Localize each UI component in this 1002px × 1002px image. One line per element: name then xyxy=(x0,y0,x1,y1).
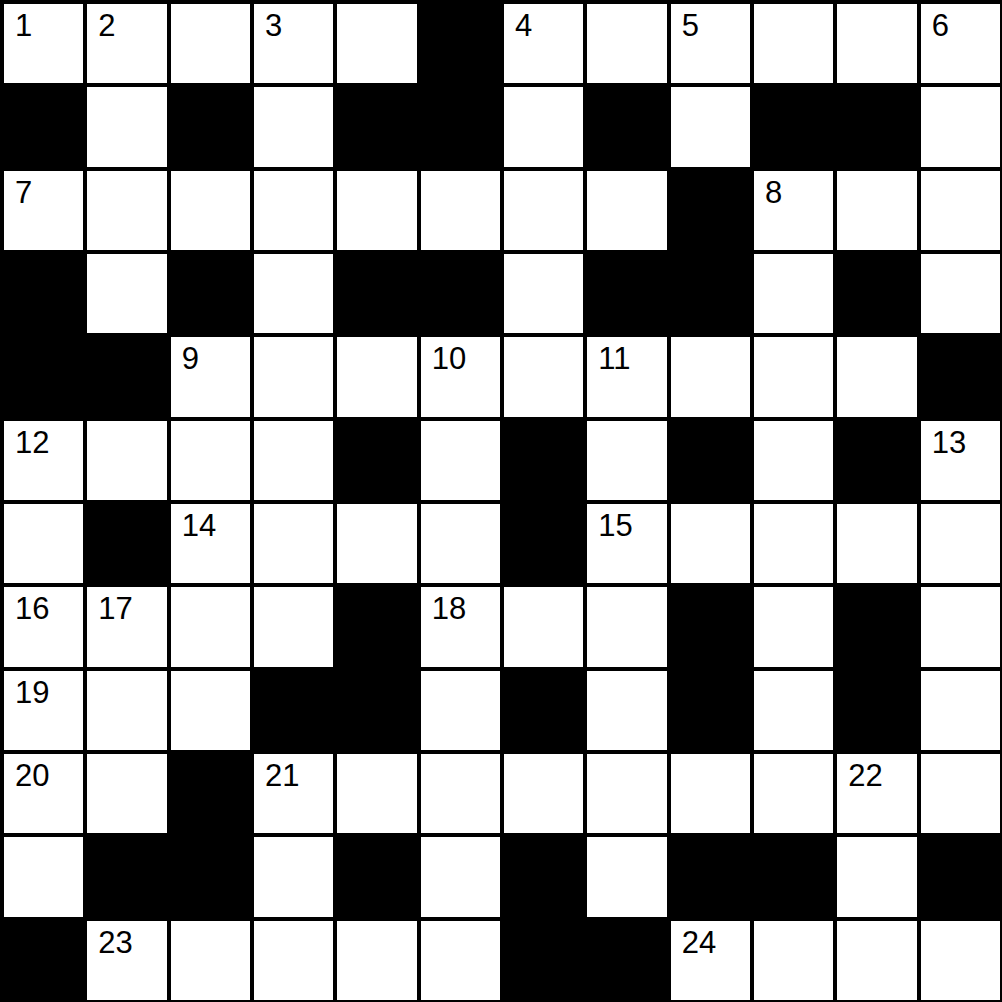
cell-white-r12c12[interactable] xyxy=(921,921,1000,1000)
cell-white-r11c1[interactable] xyxy=(4,837,83,916)
cell-black-r9c9 xyxy=(671,671,750,750)
cell-black-r12c8 xyxy=(587,921,666,1000)
clue-number: 3 xyxy=(265,10,282,41)
cell-white-r1c2[interactable]: 2 xyxy=(87,4,166,83)
cell-white-r8c3[interactable] xyxy=(171,587,250,666)
cell-black-r10c3 xyxy=(171,754,250,833)
cell-black-r2c11 xyxy=(837,87,916,166)
cell-black-r11c10 xyxy=(754,837,833,916)
cell-white-r8c1[interactable]: 16 xyxy=(4,587,83,666)
cell-white-r3c12[interactable] xyxy=(921,171,1000,250)
cell-white-r5c3[interactable]: 9 xyxy=(171,337,250,416)
cell-white-r3c3[interactable] xyxy=(171,171,250,250)
cell-white-r10c9[interactable] xyxy=(671,754,750,833)
cell-black-r6c7 xyxy=(504,421,583,500)
clue-number: 8 xyxy=(765,177,782,208)
cell-black-r8c11 xyxy=(837,587,916,666)
cell-black-r9c11 xyxy=(837,671,916,750)
cell-white-r4c7[interactable] xyxy=(504,254,583,333)
cell-white-r10c1[interactable]: 20 xyxy=(4,754,83,833)
cell-white-r3c4[interactable] xyxy=(254,171,333,250)
clue-number: 1 xyxy=(15,10,32,41)
cell-white-r1c8[interactable] xyxy=(587,4,666,83)
cell-white-r1c9[interactable]: 5 xyxy=(671,4,750,83)
cell-white-r5c7[interactable] xyxy=(504,337,583,416)
cell-white-r7c5[interactable] xyxy=(337,504,416,583)
cell-white-r9c10[interactable] xyxy=(754,671,833,750)
cell-white-r1c12[interactable]: 6 xyxy=(921,4,1000,83)
cell-white-r8c2[interactable]: 17 xyxy=(87,587,166,666)
cell-black-r4c5 xyxy=(337,254,416,333)
clue-number: 13 xyxy=(932,427,966,458)
cell-black-r5c2 xyxy=(87,337,166,416)
cell-white-r5c5[interactable] xyxy=(337,337,416,416)
cell-white-r1c11[interactable] xyxy=(837,4,916,83)
cell-white-r2c2[interactable] xyxy=(87,87,166,166)
cell-white-r2c9[interactable] xyxy=(671,87,750,166)
cell-white-r8c6[interactable]: 18 xyxy=(421,587,500,666)
cell-white-r8c8[interactable] xyxy=(587,587,666,666)
clue-number: 14 xyxy=(182,510,216,541)
cell-white-r8c7[interactable] xyxy=(504,587,583,666)
cell-white-r6c12[interactable]: 13 xyxy=(921,421,1000,500)
cell-white-r10c7[interactable] xyxy=(504,754,583,833)
cell-white-r3c10[interactable]: 8 xyxy=(754,171,833,250)
cell-black-r11c12 xyxy=(921,837,1000,916)
cell-white-r7c9[interactable] xyxy=(671,504,750,583)
cell-black-r9c7 xyxy=(504,671,583,750)
clue-number: 23 xyxy=(98,927,132,958)
cell-black-r12c7 xyxy=(504,921,583,1000)
cell-white-r12c9[interactable]: 24 xyxy=(671,921,750,1000)
cell-black-r11c3 xyxy=(171,837,250,916)
cell-white-r4c10[interactable] xyxy=(754,254,833,333)
cell-black-r9c4 xyxy=(254,671,333,750)
clue-number: 4 xyxy=(515,10,532,41)
clue-number: 5 xyxy=(682,10,699,41)
clue-number: 16 xyxy=(15,593,49,624)
cell-black-r2c1 xyxy=(4,87,83,166)
cell-white-r2c12[interactable] xyxy=(921,87,1000,166)
cell-white-r7c1[interactable] xyxy=(4,504,83,583)
cell-black-r2c3 xyxy=(171,87,250,166)
cell-white-r6c3[interactable] xyxy=(171,421,250,500)
cell-white-r9c3[interactable] xyxy=(171,671,250,750)
cell-white-r3c7[interactable] xyxy=(504,171,583,250)
cell-white-r10c2[interactable] xyxy=(87,754,166,833)
cell-white-r1c3[interactable] xyxy=(171,4,250,83)
cell-black-r2c6 xyxy=(421,87,500,166)
cell-black-r7c7 xyxy=(504,504,583,583)
clue-number: 11 xyxy=(598,343,630,374)
cell-white-r1c5[interactable] xyxy=(337,4,416,83)
cell-black-r5c1 xyxy=(4,337,83,416)
cell-white-r6c6[interactable] xyxy=(421,421,500,500)
cell-white-r5c10[interactable] xyxy=(754,337,833,416)
cell-white-r5c6[interactable]: 10 xyxy=(421,337,500,416)
cell-white-r9c1[interactable]: 19 xyxy=(4,671,83,750)
clue-number: 17 xyxy=(98,593,132,624)
cell-white-r2c4[interactable] xyxy=(254,87,333,166)
cell-white-r6c10[interactable] xyxy=(754,421,833,500)
cell-black-r2c10 xyxy=(754,87,833,166)
clue-number: 20 xyxy=(15,760,49,791)
cell-white-r10c8[interactable] xyxy=(587,754,666,833)
cell-black-r4c8 xyxy=(587,254,666,333)
cell-black-r11c2 xyxy=(87,837,166,916)
cell-white-r7c4[interactable] xyxy=(254,504,333,583)
cell-white-r10c11[interactable]: 22 xyxy=(837,754,916,833)
cell-white-r12c2[interactable]: 23 xyxy=(87,921,166,1000)
cell-white-r7c6[interactable] xyxy=(421,504,500,583)
cell-black-r4c1 xyxy=(4,254,83,333)
crossword-board: 123456789101112131415161718192021222324 xyxy=(0,0,1002,1002)
cell-black-r11c9 xyxy=(671,837,750,916)
cell-white-r12c6[interactable] xyxy=(421,921,500,1000)
cell-white-r4c4[interactable] xyxy=(254,254,333,333)
cell-white-r10c12[interactable] xyxy=(921,754,1000,833)
cell-white-r10c4[interactable]: 21 xyxy=(254,754,333,833)
cell-white-r1c4[interactable]: 3 xyxy=(254,4,333,83)
cell-white-r12c11[interactable] xyxy=(837,921,916,1000)
cell-white-r7c11[interactable] xyxy=(837,504,916,583)
cell-white-r7c12[interactable] xyxy=(921,504,1000,583)
cell-white-r12c10[interactable] xyxy=(754,921,833,1000)
cell-white-r10c10[interactable] xyxy=(754,754,833,833)
cell-black-r9c5 xyxy=(337,671,416,750)
cell-white-r9c12[interactable] xyxy=(921,671,1000,750)
cell-black-r4c11 xyxy=(837,254,916,333)
clue-number: 10 xyxy=(432,343,466,374)
clue-number: 22 xyxy=(848,760,882,791)
cell-white-r11c4[interactable] xyxy=(254,837,333,916)
cell-white-r7c8[interactable]: 15 xyxy=(587,504,666,583)
cell-white-r10c6[interactable] xyxy=(421,754,500,833)
cell-white-r4c2[interactable] xyxy=(87,254,166,333)
cell-white-r3c2[interactable] xyxy=(87,171,166,250)
cell-black-r4c9 xyxy=(671,254,750,333)
cell-white-r6c1[interactable]: 12 xyxy=(4,421,83,500)
cell-black-r6c9 xyxy=(671,421,750,500)
cell-white-r1c7[interactable]: 4 xyxy=(504,4,583,83)
cell-black-r3c9 xyxy=(671,171,750,250)
cell-white-r5c8[interactable]: 11 xyxy=(587,337,666,416)
cell-white-r3c1[interactable]: 7 xyxy=(4,171,83,250)
cell-black-r1c6 xyxy=(421,4,500,83)
cell-white-r7c10[interactable] xyxy=(754,504,833,583)
clue-number: 2 xyxy=(98,10,115,41)
cell-white-r8c12[interactable] xyxy=(921,587,1000,666)
cell-white-r1c1[interactable]: 1 xyxy=(4,4,83,83)
cell-white-r3c8[interactable] xyxy=(587,171,666,250)
cell-white-r8c10[interactable] xyxy=(754,587,833,666)
cell-white-r12c5[interactable] xyxy=(337,921,416,1000)
clue-number: 18 xyxy=(432,593,466,624)
clue-number: 12 xyxy=(15,427,49,458)
cell-white-r11c6[interactable] xyxy=(421,837,500,916)
cell-white-r9c6[interactable] xyxy=(421,671,500,750)
clue-number: 19 xyxy=(15,677,49,708)
cell-white-r7c3[interactable]: 14 xyxy=(171,504,250,583)
cell-white-r10c5[interactable] xyxy=(337,754,416,833)
cell-white-r11c11[interactable] xyxy=(837,837,916,916)
cell-white-r9c2[interactable] xyxy=(87,671,166,750)
clue-number: 6 xyxy=(932,10,949,41)
cell-black-r2c5 xyxy=(337,87,416,166)
cell-white-r3c6[interactable] xyxy=(421,171,500,250)
clue-number: 15 xyxy=(598,510,632,541)
cell-white-r11c8[interactable] xyxy=(587,837,666,916)
cell-black-r8c9 xyxy=(671,587,750,666)
cell-black-r4c6 xyxy=(421,254,500,333)
cell-white-r12c4[interactable] xyxy=(254,921,333,1000)
cell-black-r11c7 xyxy=(504,837,583,916)
cell-black-r2c8 xyxy=(587,87,666,166)
clue-number: 9 xyxy=(182,343,199,374)
cell-white-r5c9[interactable] xyxy=(671,337,750,416)
clue-number: 24 xyxy=(682,927,716,958)
cell-black-r6c5 xyxy=(337,421,416,500)
cell-white-r8c4[interactable] xyxy=(254,587,333,666)
cell-white-r6c2[interactable] xyxy=(87,421,166,500)
cell-white-r4c12[interactable] xyxy=(921,254,1000,333)
cell-white-r12c3[interactable] xyxy=(171,921,250,1000)
cell-black-r4c3 xyxy=(171,254,250,333)
cell-white-r9c8[interactable] xyxy=(587,671,666,750)
cell-white-r2c7[interactable] xyxy=(504,87,583,166)
cell-black-r11c5 xyxy=(337,837,416,916)
cell-white-r5c11[interactable] xyxy=(837,337,916,416)
cell-black-r7c2 xyxy=(87,504,166,583)
cell-black-r6c11 xyxy=(837,421,916,500)
cell-black-r12c1 xyxy=(4,921,83,1000)
cell-black-r8c5 xyxy=(337,587,416,666)
cell-white-r6c4[interactable] xyxy=(254,421,333,500)
cell-white-r3c5[interactable] xyxy=(337,171,416,250)
cell-black-r5c12 xyxy=(921,337,1000,416)
clue-number: 21 xyxy=(265,760,299,791)
cell-white-r3c11[interactable] xyxy=(837,171,916,250)
clue-number: 7 xyxy=(15,177,32,208)
cell-white-r1c10[interactable] xyxy=(754,4,833,83)
cell-white-r5c4[interactable] xyxy=(254,337,333,416)
cell-white-r6c8[interactable] xyxy=(587,421,666,500)
